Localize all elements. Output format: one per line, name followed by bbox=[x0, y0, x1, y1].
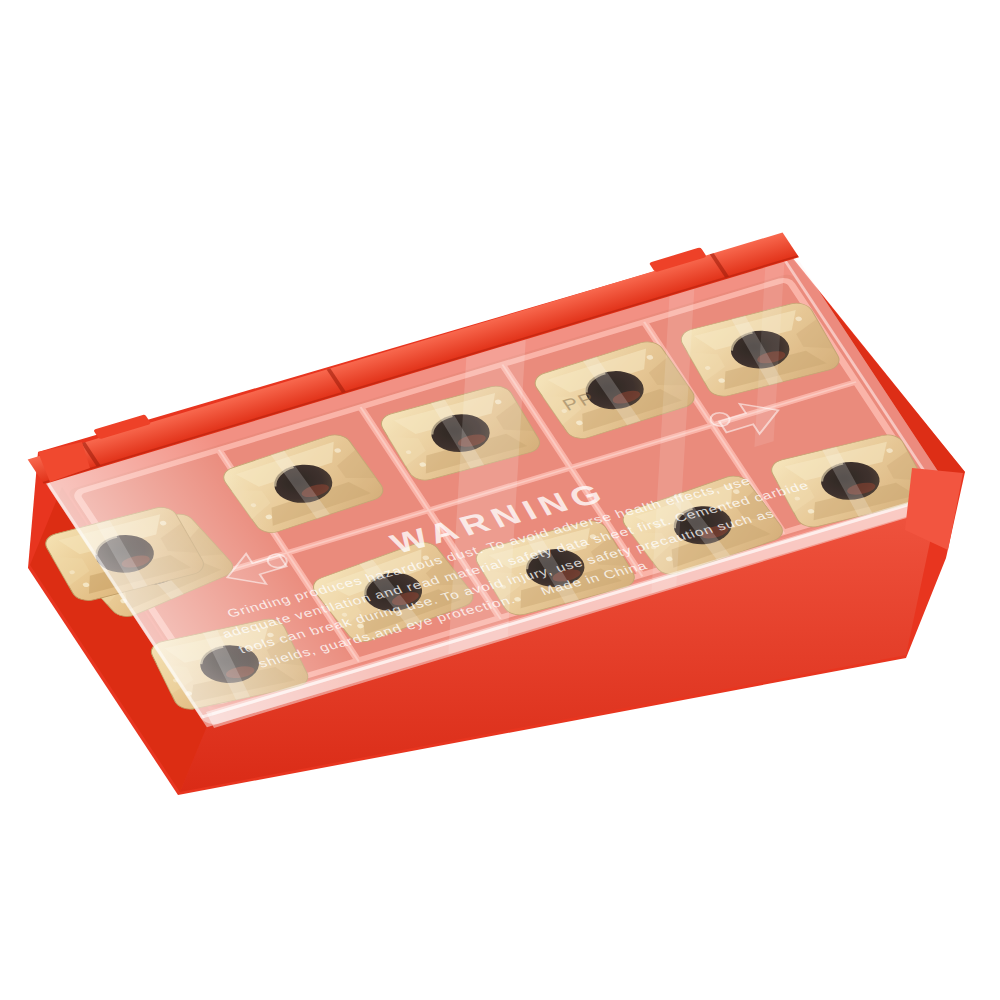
product-photo: PP WARNING Grinding produces hazardous d… bbox=[0, 0, 1000, 1000]
insert-box-scene: PP WARNING Grinding produces hazardous d… bbox=[0, 0, 1000, 1000]
